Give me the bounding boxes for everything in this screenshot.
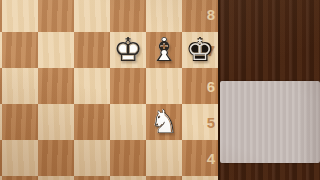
square-g3[interactable] <box>146 176 182 180</box>
square-d5[interactable] <box>38 104 74 140</box>
rank-label-4: 4 <box>207 151 215 166</box>
square-c5[interactable] <box>2 104 38 140</box>
square-g8[interactable] <box>146 0 182 32</box>
square-c3[interactable] <box>2 176 38 180</box>
square-g4[interactable] <box>146 140 182 176</box>
white-knight-g5[interactable]: ♞♘ <box>146 104 182 140</box>
square-c6[interactable] <box>2 68 38 104</box>
square-c4[interactable] <box>2 140 38 176</box>
black-king-h7[interactable]: ♚♔ <box>182 32 218 68</box>
square-f3[interactable] <box>110 176 146 180</box>
square-h7[interactable]: 7♚♔ <box>182 32 218 68</box>
rank-label-6: 6 <box>207 79 215 94</box>
screenshot-canvas: 8♚♔♝♗7♚♔6♞♘54 <box>0 0 320 180</box>
piece-outline-glyph: ♔ <box>113 32 143 68</box>
square-h6[interactable]: 6 <box>182 68 218 104</box>
square-h4[interactable]: 4 <box>182 140 218 176</box>
square-d7[interactable] <box>38 32 74 68</box>
square-d8[interactable] <box>38 0 74 32</box>
square-g5[interactable]: ♞♘ <box>146 104 182 140</box>
piece-outline-glyph: ♔ <box>187 34 213 66</box>
piece-outline-glyph: ♗ <box>149 32 179 68</box>
square-f4[interactable] <box>110 140 146 176</box>
square-c8[interactable] <box>2 0 38 32</box>
rank-label-5: 5 <box>207 115 215 130</box>
square-g6[interactable] <box>146 68 182 104</box>
square-e5[interactable] <box>74 104 110 140</box>
square-f7[interactable]: ♚♔ <box>110 32 146 68</box>
square-e6[interactable] <box>74 68 110 104</box>
square-g7[interactable]: ♝♗ <box>146 32 182 68</box>
square-c7[interactable] <box>2 32 38 68</box>
piece-outline-glyph: ♘ <box>149 104 179 140</box>
chess-board: 8♚♔♝♗7♚♔6♞♘54 <box>0 0 220 180</box>
square-e7[interactable] <box>74 32 110 68</box>
blank-side-panel <box>220 81 320 163</box>
square-h8[interactable]: 8 <box>182 0 218 32</box>
square-h5[interactable]: 5 <box>182 104 218 140</box>
white-bishop-g7[interactable]: ♝♗ <box>146 32 182 68</box>
square-f8[interactable] <box>110 0 146 32</box>
square-e4[interactable] <box>74 140 110 176</box>
square-f6[interactable] <box>110 68 146 104</box>
square-e3[interactable] <box>74 176 110 180</box>
square-e8[interactable] <box>74 0 110 32</box>
square-h3[interactable] <box>182 176 218 180</box>
square-d4[interactable] <box>38 140 74 176</box>
square-d6[interactable] <box>38 68 74 104</box>
square-f5[interactable] <box>110 104 146 140</box>
rank-label-8: 8 <box>207 7 215 22</box>
white-king-f7[interactable]: ♚♔ <box>110 32 146 68</box>
square-d3[interactable] <box>38 176 74 180</box>
